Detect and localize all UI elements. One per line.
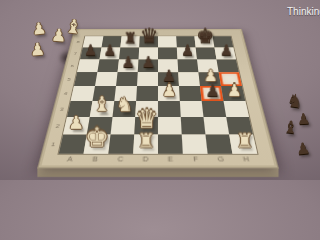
file-label-g: G	[208, 155, 235, 166]
piece-white-knight-c3[interactable]: ♞	[115, 96, 132, 115]
file-label-f: F	[183, 155, 209, 166]
captured-black-pawn-2: ♟	[296, 112, 310, 128]
captured-white-pawn-2: ♟	[50, 26, 66, 44]
piece-white-pawn-a2[interactable]: ♟	[67, 114, 83, 132]
piece-black-pawn-g4[interactable]: ♟	[205, 82, 220, 99]
piece-white-bishop-b3[interactable]: ♝	[92, 95, 110, 115]
square-e4[interactable]: ♟	[158, 86, 180, 101]
square-f6[interactable]	[178, 59, 199, 72]
square-g4[interactable]: ♟	[200, 86, 224, 101]
square-d6[interactable]: ♟	[138, 59, 158, 72]
square-a7[interactable]: ♟	[80, 47, 102, 59]
square-e1[interactable]	[158, 135, 183, 154]
file-label-d: D	[133, 155, 158, 166]
square-f5[interactable]	[178, 72, 200, 86]
square-g7[interactable]	[196, 47, 217, 59]
square-h4[interactable]: ♟	[221, 86, 245, 101]
table-surface: ♜♛♚♟♟♟♟♟♟♟♟♟♟♟♝♞♟♛♚♜♜ ABCDEFGH 87654321 …	[0, 0, 320, 180]
captured-black-pawn-4: ♟	[295, 140, 311, 157]
captured-black-knight-1: ♞	[286, 91, 304, 111]
square-a6[interactable]	[77, 59, 99, 72]
square-c5[interactable]	[116, 72, 138, 86]
square-e8[interactable]	[158, 36, 177, 47]
captured-black-bishop-3: ♝	[282, 118, 299, 136]
square-f4[interactable]	[179, 86, 202, 101]
piece-black-pawn-c6[interactable]: ♟	[121, 55, 135, 70]
file-label-h: H	[233, 155, 260, 166]
file-label-b: B	[82, 155, 109, 166]
piece-black-king-g8[interactable]: ♚	[196, 26, 214, 47]
square-a1[interactable]	[59, 135, 87, 154]
captured-white-pawn-1: ♟	[31, 20, 47, 37]
square-c1[interactable]	[108, 135, 134, 154]
square-g3[interactable]	[202, 101, 227, 117]
piece-white-king-b1[interactable]: ♚	[84, 124, 108, 151]
square-c2[interactable]	[111, 117, 136, 135]
square-a5[interactable]	[74, 72, 97, 86]
chess-board[interactable]: ♜♛♚♟♟♟♟♟♟♟♟♟♟♟♝♞♟♛♚♜♜	[59, 36, 257, 153]
piece-black-pawn-a7[interactable]: ♟	[83, 43, 96, 58]
square-h6[interactable]	[217, 59, 239, 72]
square-e3[interactable]	[158, 101, 181, 117]
file-label-e: E	[158, 155, 183, 166]
piece-black-rook-c8[interactable]: ♜	[123, 31, 137, 46]
file-coordinates: ABCDEFGH	[56, 155, 260, 166]
square-e7[interactable]	[158, 47, 178, 59]
square-c6[interactable]: ♟	[118, 59, 139, 72]
square-g8[interactable]: ♚	[194, 36, 214, 47]
captured-white-pawn-3: ♟	[30, 41, 46, 59]
square-f7[interactable]: ♟	[177, 47, 197, 59]
square-g1[interactable]	[205, 135, 232, 154]
square-e2[interactable]	[158, 117, 182, 135]
square-c8[interactable]: ♜	[120, 36, 139, 47]
square-b5[interactable]	[95, 72, 118, 86]
engine-thinking-status: Thinking...	[287, 6, 320, 17]
file-label-a: A	[56, 155, 83, 166]
square-b6[interactable]	[97, 59, 119, 72]
piece-black-pawn-d6[interactable]: ♟	[141, 55, 155, 70]
square-b3[interactable]: ♝	[90, 101, 115, 117]
square-d5[interactable]	[137, 72, 158, 86]
square-d1[interactable]: ♜	[133, 135, 158, 154]
square-g2[interactable]	[203, 117, 229, 135]
square-c3[interactable]: ♞	[113, 101, 137, 117]
square-f2[interactable]	[181, 117, 206, 135]
square-f1[interactable]	[182, 135, 208, 154]
piece-white-pawn-e4[interactable]: ♟	[161, 82, 176, 99]
file-label-c: C	[107, 155, 133, 166]
piece-black-queen-d8[interactable]: ♛	[139, 26, 157, 47]
chess-app-screen: { "app": { "status_text": "Thinking..." …	[0, 0, 320, 180]
piece-black-pawn-b7[interactable]: ♟	[103, 43, 116, 58]
piece-white-rook-d1[interactable]: ♜	[137, 131, 155, 151]
square-d8[interactable]: ♛	[139, 36, 158, 47]
chess-board-frame: ♜♛♚♟♟♟♟♟♟♟♟♟♟♟♝♞♟♛♚♜♜ ABCDEFGH 87654321	[37, 29, 279, 169]
piece-black-pawn-h7[interactable]: ♟	[219, 43, 232, 58]
square-h7[interactable]: ♟	[214, 47, 236, 59]
square-h1[interactable]: ♜	[229, 135, 257, 154]
piece-white-pawn-h4[interactable]: ♟	[227, 82, 242, 99]
square-h3[interactable]	[224, 101, 249, 117]
piece-black-pawn-f7[interactable]: ♟	[180, 43, 193, 58]
piece-white-rook-h1[interactable]: ♜	[235, 131, 253, 151]
square-b7[interactable]: ♟	[99, 47, 120, 59]
square-d4[interactable]	[136, 86, 158, 101]
square-f3[interactable]	[180, 101, 204, 117]
square-b1[interactable]: ♚	[84, 135, 111, 154]
square-a4[interactable]	[71, 86, 95, 101]
